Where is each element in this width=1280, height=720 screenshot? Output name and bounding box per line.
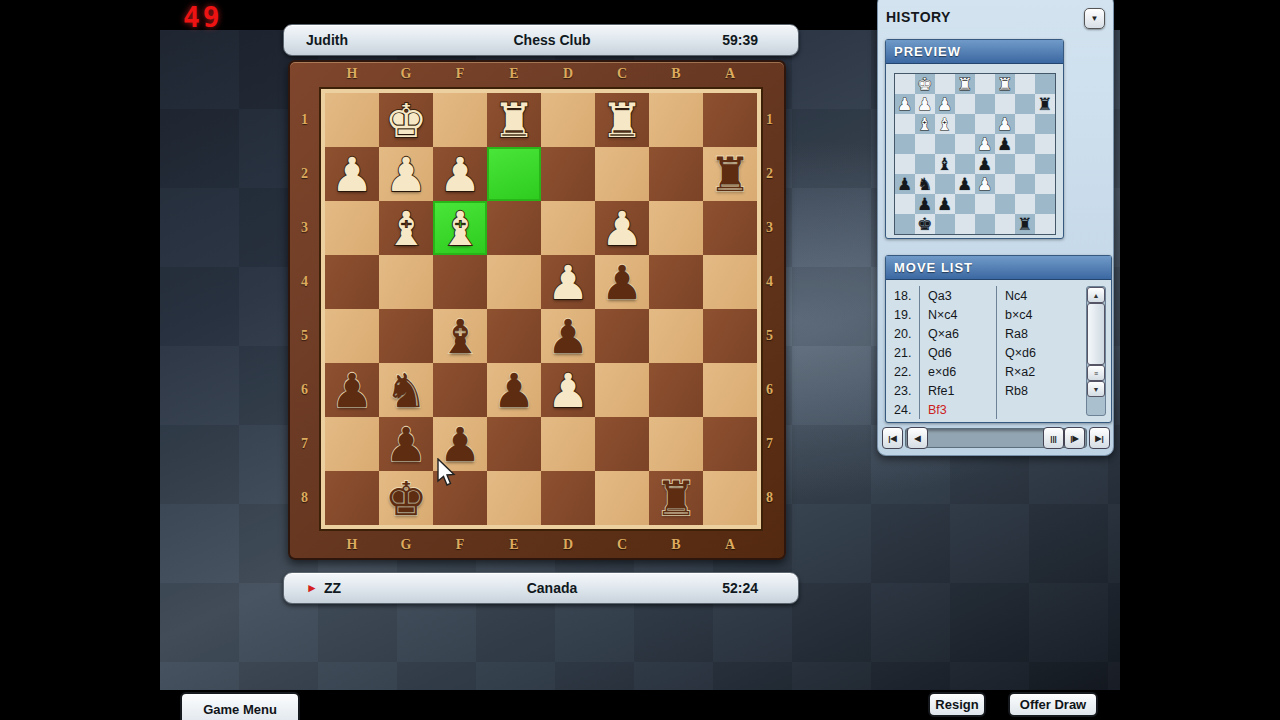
- bottom-player-clock: 52:24: [648, 580, 798, 596]
- white-move[interactable]: N×c4: [919, 305, 996, 324]
- rank-label: 5: [288, 309, 321, 363]
- square-a2: ♜: [1035, 94, 1055, 114]
- move-list-row[interactable]: 18.Qa3Nc4: [886, 286, 1081, 305]
- file-label: A: [703, 61, 757, 87]
- move-list-row[interactable]: 24.Bf3: [886, 400, 1081, 419]
- square-e8[interactable]: [487, 471, 541, 525]
- square-b4[interactable]: [649, 255, 703, 309]
- rank-label: 6: [753, 363, 786, 417]
- white-pawn-h2: ♟: [895, 94, 915, 114]
- square-d3: [975, 114, 995, 134]
- skip-to-end-icon: ▶|: [1095, 434, 1103, 443]
- square-g2: ♟: [915, 94, 935, 114]
- square-b3: [1015, 114, 1035, 134]
- square-h5: [895, 154, 915, 174]
- top-player-clock: 59:39: [648, 32, 798, 48]
- file-label: G: [379, 532, 433, 558]
- square-g6: ♞: [915, 174, 935, 194]
- square-h1: [895, 74, 915, 94]
- move-number: 20.: [886, 327, 919, 341]
- move-list-row[interactable]: 22.e×d6R×a2: [886, 362, 1081, 381]
- square-g2[interactable]: ♟: [379, 147, 433, 201]
- arrow-down-icon: ▼: [1093, 386, 1100, 393]
- square-e1: ♜: [955, 74, 975, 94]
- playback-controls: |◀ ◀ ||| |▶ ▶|: [882, 427, 1110, 449]
- square-h6: ♟: [895, 174, 915, 194]
- black-pawn-g7[interactable]: ♟: [379, 417, 433, 471]
- square-c6: [995, 174, 1015, 194]
- file-label: F: [433, 532, 487, 558]
- rank-label: 2: [288, 147, 321, 201]
- history-collapse-button[interactable]: ▼: [1084, 8, 1105, 29]
- white-move[interactable]: Rfe1: [919, 381, 996, 400]
- white-rook-e1[interactable]: ♜: [487, 93, 541, 147]
- square-g8: ♚: [915, 214, 935, 234]
- square-f1[interactable]: [433, 93, 487, 147]
- scroll-up-button[interactable]: ▲: [1087, 287, 1105, 303]
- file-label: H: [325, 61, 379, 87]
- square-d8[interactable]: [541, 471, 595, 525]
- white-pawn-d4: ♟: [975, 134, 995, 154]
- square-e1[interactable]: ♜: [487, 93, 541, 147]
- led-counter: 49: [183, 1, 223, 34]
- square-d3[interactable]: [541, 201, 595, 255]
- square-h4: [895, 134, 915, 154]
- file-label: D: [541, 61, 595, 87]
- square-b8[interactable]: ♜: [649, 471, 703, 525]
- step-back-icon: ◀: [914, 434, 920, 443]
- move-list-rows[interactable]: 18.Qa3Nc419.N×c4b×c420.Q×a6Ra821.Qd6Q×d6…: [886, 286, 1081, 419]
- move-list-body: 18.Qa3Nc419.N×c4b×c420.Q×a6Ra821.Qd6Q×d6…: [886, 280, 1111, 424]
- white-bishop-f3: ♝: [935, 114, 955, 134]
- square-e4: [955, 134, 975, 154]
- square-f7: ♟: [935, 194, 955, 214]
- file-label: F: [433, 61, 487, 87]
- top-player-bar: Judith Chess Club 59:39: [283, 24, 799, 56]
- file-label: E: [487, 61, 541, 87]
- square-b1[interactable]: [649, 93, 703, 147]
- square-b5[interactable]: [649, 309, 703, 363]
- square-c3[interactable]: ♟: [595, 201, 649, 255]
- square-e2: [955, 94, 975, 114]
- square-c5: [995, 154, 1015, 174]
- square-f2: ♟: [935, 94, 955, 114]
- white-rook-c1: ♜: [995, 74, 1015, 94]
- square-b8: ♜: [1015, 214, 1035, 234]
- square-d5: ♟: [975, 154, 995, 174]
- square-a4[interactable]: [703, 255, 757, 309]
- step-forward-button[interactable]: |▶: [1064, 427, 1085, 449]
- square-b6[interactable]: [649, 363, 703, 417]
- go-to-start-button[interactable]: |◀: [882, 427, 903, 449]
- square-d7[interactable]: [541, 417, 595, 471]
- rank-label: 1: [753, 93, 786, 147]
- file-label: C: [595, 532, 649, 558]
- pause-button[interactable]: |||: [1043, 427, 1064, 449]
- square-e6[interactable]: ♟: [487, 363, 541, 417]
- square-h7: [895, 194, 915, 214]
- move-list-row[interactable]: 21.Qd6Q×d6: [886, 343, 1081, 362]
- square-e8: [955, 214, 975, 234]
- grip-icon: ≡: [1094, 370, 1098, 377]
- white-move[interactable]: Qa3: [919, 286, 996, 305]
- square-b7: [1015, 194, 1035, 214]
- white-pawn-g2[interactable]: ♟: [379, 147, 433, 201]
- chevron-down-icon: ▼: [1091, 14, 1099, 23]
- black-pawn-e6[interactable]: ♟: [487, 363, 541, 417]
- square-e7[interactable]: [487, 417, 541, 471]
- black-pawn-c4: ♟: [995, 134, 1015, 154]
- file-label: D: [541, 532, 595, 558]
- pause-icon: |||: [1050, 434, 1057, 443]
- move-list-header: MOVE LIST: [886, 256, 1111, 280]
- square-d7: [975, 194, 995, 214]
- square-d5[interactable]: ♟: [541, 309, 595, 363]
- square-a3: [1035, 114, 1055, 134]
- square-g1[interactable]: ♚: [379, 93, 433, 147]
- black-knight-g6: ♞: [915, 174, 935, 194]
- scroll-down-button[interactable]: ▼: [1087, 381, 1105, 397]
- square-f8: [935, 214, 955, 234]
- black-pawn-h6: ♟: [895, 174, 915, 194]
- black-move[interactable]: b×c4: [996, 305, 1081, 324]
- history-panel: HISTORY ▼ PREVIEW ♚♜♜♟♟♟♜♝♝♟♟♟♝♟♟♞♟♟♟♟♚♜…: [877, 0, 1114, 456]
- square-a5[interactable]: [703, 309, 757, 363]
- black-move[interactable]: Rb8: [996, 381, 1081, 400]
- file-label: B: [649, 532, 703, 558]
- square-h6[interactable]: ♟: [325, 363, 379, 417]
- offer-draw-button[interactable]: Offer Draw: [1008, 692, 1098, 717]
- square-e3[interactable]: [487, 201, 541, 255]
- preview-header: PREVIEW: [886, 40, 1063, 64]
- rank-labels-left: 12345678: [288, 93, 321, 525]
- preview-box: PREVIEW ♚♜♜♟♟♟♜♝♝♟♟♟♝♟♟♞♟♟♟♟♚♜: [885, 39, 1064, 239]
- square-a3[interactable]: [703, 201, 757, 255]
- black-pawn-h6[interactable]: ♟: [325, 363, 379, 417]
- square-d6[interactable]: ♟: [541, 363, 595, 417]
- square-a8: [1035, 214, 1055, 234]
- file-label: H: [325, 532, 379, 558]
- black-move[interactable]: R×a2: [996, 362, 1081, 381]
- square-e5: [955, 154, 975, 174]
- square-a6: [1035, 174, 1055, 194]
- square-h2: ♟: [895, 94, 915, 114]
- file-labels-bottom: HGFEDCBA: [325, 532, 757, 558]
- black-rook-b8[interactable]: ♜: [649, 471, 703, 525]
- square-d4: ♟: [975, 134, 995, 154]
- white-pawn-f2: ♟: [935, 94, 955, 114]
- bottom-player-club: Canada: [456, 580, 648, 596]
- rank-label: 2: [753, 147, 786, 201]
- black-rook-a2[interactable]: ♜: [703, 147, 757, 201]
- file-label: G: [379, 61, 433, 87]
- rank-label: 8: [753, 471, 786, 525]
- black-king-g8: ♚: [915, 214, 935, 234]
- white-move[interactable]: e×d6: [919, 362, 996, 381]
- white-king-g1[interactable]: ♚: [379, 93, 433, 147]
- black-rook-a2: ♜: [1035, 94, 1055, 114]
- square-c3: ♟: [995, 114, 1015, 134]
- black-move[interactable]: Nc4: [996, 286, 1081, 305]
- square-c2[interactable]: [595, 147, 649, 201]
- skip-to-start-icon: |◀: [888, 434, 896, 443]
- black-move[interactable]: Q×d6: [996, 343, 1081, 362]
- move-number: 23.: [886, 384, 919, 398]
- chess-board[interactable]: ♚♜♜♟♟♟♜♝♝♟♟♟♝♟♟♞♟♟♟♟♚♜: [325, 93, 757, 525]
- rank-label: 3: [753, 201, 786, 255]
- square-f2[interactable]: ♟: [433, 147, 487, 201]
- white-rook-e1: ♜: [955, 74, 975, 94]
- square-f4: [935, 134, 955, 154]
- square-a8[interactable]: [703, 471, 757, 525]
- white-bishop-f3[interactable]: ♝: [433, 201, 487, 255]
- square-g1: ♚: [915, 74, 935, 94]
- black-pawn-d5: ♟: [975, 154, 995, 174]
- black-move[interactable]: [996, 400, 1081, 419]
- rank-label: 6: [288, 363, 321, 417]
- square-h3[interactable]: [325, 201, 379, 255]
- square-f3: ♝: [935, 114, 955, 134]
- rank-labels-right: 12345678: [753, 93, 786, 525]
- top-player-club: Chess Club: [456, 32, 648, 48]
- white-move[interactable]: Q×a6: [919, 324, 996, 343]
- white-pawn-c3: ♟: [995, 114, 1015, 134]
- square-f5[interactable]: ♝: [433, 309, 487, 363]
- square-g8[interactable]: ♚: [379, 471, 433, 525]
- square-a5: [1035, 154, 1055, 174]
- black-pawn-c4[interactable]: ♟: [595, 255, 649, 309]
- square-b5: [1015, 154, 1035, 174]
- square-b4: [1015, 134, 1035, 154]
- white-pawn-g2: ♟: [915, 94, 935, 114]
- scrollbar-thumb[interactable]: [1087, 303, 1105, 365]
- move-list-scrollbar[interactable]: ▲ ≡ ▼: [1086, 286, 1106, 416]
- square-a6[interactable]: [703, 363, 757, 417]
- square-a2[interactable]: ♜: [703, 147, 757, 201]
- rank-label: 3: [288, 201, 321, 255]
- file-label: C: [595, 61, 649, 87]
- square-c6[interactable]: [595, 363, 649, 417]
- scroll-grip-button[interactable]: ≡: [1087, 365, 1105, 381]
- square-f5: ♝: [935, 154, 955, 174]
- square-g5: [915, 154, 935, 174]
- square-e4[interactable]: [487, 255, 541, 309]
- black-move[interactable]: Ra8: [996, 324, 1081, 343]
- white-pawn-h2[interactable]: ♟: [325, 147, 379, 201]
- square-h8[interactable]: [325, 471, 379, 525]
- square-e6: ♟: [955, 174, 975, 194]
- square-d8: [975, 214, 995, 234]
- go-to-end-button[interactable]: ▶|: [1089, 427, 1110, 449]
- move-number: 22.: [886, 365, 919, 379]
- square-b2: [1015, 94, 1035, 114]
- square-d1: [975, 74, 995, 94]
- white-pawn-f2[interactable]: ♟: [433, 147, 487, 201]
- turn-flag-icon: ►: [306, 582, 318, 594]
- rank-label: 4: [288, 255, 321, 309]
- black-knight-g6[interactable]: ♞: [379, 363, 433, 417]
- black-pawn-e6: ♟: [955, 174, 975, 194]
- black-pawn-d5[interactable]: ♟: [541, 309, 595, 363]
- square-g4: [915, 134, 935, 154]
- square-e2[interactable]: [487, 147, 541, 201]
- move-number: 19.: [886, 308, 919, 322]
- playback-slider[interactable]: ◀ ||| |▶: [905, 428, 1087, 448]
- file-label: A: [703, 532, 757, 558]
- square-c7: [995, 194, 1015, 214]
- white-king-g1: ♚: [915, 74, 935, 94]
- square-c5[interactable]: [595, 309, 649, 363]
- black-king-g8[interactable]: ♚: [379, 471, 433, 525]
- black-bishop-f5: ♝: [935, 154, 955, 174]
- square-h3: [895, 114, 915, 134]
- white-bishop-g3[interactable]: ♝: [379, 201, 433, 255]
- square-h2[interactable]: ♟: [325, 147, 379, 201]
- square-b3[interactable]: [649, 201, 703, 255]
- white-bishop-g3: ♝: [915, 114, 935, 134]
- rank-label: 7: [753, 417, 786, 471]
- move-list-row[interactable]: 20.Q×a6Ra8: [886, 324, 1081, 343]
- square-c7[interactable]: [595, 417, 649, 471]
- rank-label: 4: [753, 255, 786, 309]
- rank-label: 5: [753, 309, 786, 363]
- white-move[interactable]: Bf3: [919, 400, 996, 419]
- white-pawn-d6[interactable]: ♟: [541, 363, 595, 417]
- square-g7: ♟: [915, 194, 935, 214]
- move-list-row[interactable]: 23.Rfe1Rb8: [886, 381, 1081, 400]
- square-f1: [935, 74, 955, 94]
- square-d2: [975, 94, 995, 114]
- square-c1: ♜: [995, 74, 1015, 94]
- square-h5[interactable]: [325, 309, 379, 363]
- white-pawn-d6: ♟: [975, 174, 995, 194]
- file-labels-top: HGFEDCBA: [325, 61, 757, 87]
- chessmaster-screen: 49 Judith Chess Club 59:39 HGFEDCBA HGFE…: [0, 0, 1280, 720]
- square-e7: [955, 194, 975, 214]
- white-pawn-d4[interactable]: ♟: [541, 255, 595, 309]
- move-number: 18.: [886, 289, 919, 303]
- game-menu-button[interactable]: Game Menu: [180, 692, 300, 720]
- square-f3[interactable]: ♝: [433, 201, 487, 255]
- white-pawn-c3[interactable]: ♟: [595, 201, 649, 255]
- square-c8: [995, 214, 1015, 234]
- move-number: 21.: [886, 346, 919, 360]
- square-d6: ♟: [975, 174, 995, 194]
- file-label: B: [649, 61, 703, 87]
- square-a7: [1035, 194, 1055, 214]
- square-f4[interactable]: [433, 255, 487, 309]
- square-e5[interactable]: [487, 309, 541, 363]
- white-rook-c1[interactable]: ♜: [595, 93, 649, 147]
- file-label: E: [487, 532, 541, 558]
- square-c2: [995, 94, 1015, 114]
- white-move[interactable]: Qd6: [919, 343, 996, 362]
- square-a7[interactable]: [703, 417, 757, 471]
- square-a1[interactable]: [703, 93, 757, 147]
- square-b7[interactable]: [649, 417, 703, 471]
- square-g3: ♝: [915, 114, 935, 134]
- square-b1: [1015, 74, 1035, 94]
- square-g6[interactable]: ♞: [379, 363, 433, 417]
- square-h8: [895, 214, 915, 234]
- move-list-box: MOVE LIST 18.Qa3Nc419.N×c4b×c420.Q×a6Ra8…: [885, 255, 1112, 423]
- step-back-button[interactable]: ◀: [907, 427, 928, 449]
- black-pawn-g7: ♟: [915, 194, 935, 214]
- bottom-player-bar: ► ZZ Canada 52:24: [283, 572, 799, 604]
- arrow-up-icon: ▲: [1093, 292, 1100, 299]
- square-g3[interactable]: ♝: [379, 201, 433, 255]
- rank-label: 1: [288, 93, 321, 147]
- square-a4: [1035, 134, 1055, 154]
- square-f6: [935, 174, 955, 194]
- step-forward-icon: |▶: [1070, 434, 1078, 443]
- square-c4[interactable]: ♟: [595, 255, 649, 309]
- square-a1: [1035, 74, 1055, 94]
- rank-label: 7: [288, 417, 321, 471]
- square-h1[interactable]: [325, 93, 379, 147]
- move-number: 24.: [886, 403, 919, 417]
- bottom-player-name: ZZ: [324, 580, 341, 596]
- square-c8[interactable]: [595, 471, 649, 525]
- square-b2[interactable]: [649, 147, 703, 201]
- square-d2[interactable]: [541, 147, 595, 201]
- black-rook-b8: ♜: [1015, 214, 1035, 234]
- square-h7[interactable]: [325, 417, 379, 471]
- square-d4[interactable]: ♟: [541, 255, 595, 309]
- move-list-row[interactable]: 19.N×c4b×c4: [886, 305, 1081, 324]
- square-e3: [955, 114, 975, 134]
- square-g4[interactable]: [379, 255, 433, 309]
- square-h4[interactable]: [325, 255, 379, 309]
- square-f6[interactable]: [433, 363, 487, 417]
- rank-label: 8: [288, 471, 321, 525]
- top-player-name: Judith: [306, 32, 348, 48]
- mouse-cursor: [436, 458, 458, 492]
- history-title: HISTORY: [886, 9, 951, 25]
- black-bishop-f5[interactable]: ♝: [433, 309, 487, 363]
- square-g5[interactable]: [379, 309, 433, 363]
- black-pawn-f7: ♟: [935, 194, 955, 214]
- preview-mini-board: ♚♜♜♟♟♟♜♝♝♟♟♟♝♟♟♞♟♟♟♟♚♜: [894, 73, 1056, 235]
- resign-button[interactable]: Resign: [928, 692, 986, 717]
- square-d1[interactable]: [541, 93, 595, 147]
- square-b6: [1015, 174, 1035, 194]
- square-c4: ♟: [995, 134, 1015, 154]
- square-g7[interactable]: ♟: [379, 417, 433, 471]
- square-c1[interactable]: ♜: [595, 93, 649, 147]
